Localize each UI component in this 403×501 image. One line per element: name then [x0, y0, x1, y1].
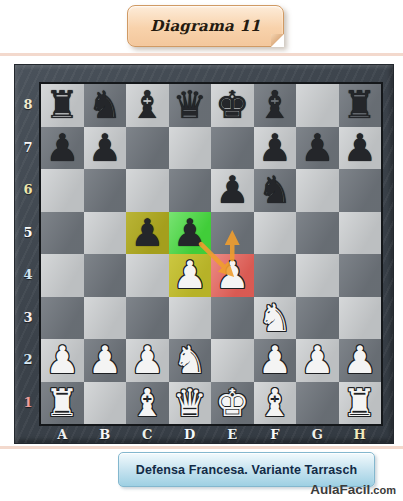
square-b4: [84, 254, 127, 297]
square-e4: ♟: [211, 254, 254, 297]
square-g7: ♟: [296, 127, 339, 170]
brand-suffix: .com: [370, 484, 396, 496]
piece-white-pawn-f2: ♟: [258, 341, 292, 379]
square-a7: ♟: [41, 127, 84, 170]
piece-black-bishop-c8: ♝: [130, 86, 164, 124]
square-a4: [41, 254, 84, 297]
file-label-e: E: [211, 425, 254, 445]
board-grid-wrap: ♜♞♝♛♚♝♜♟♟♟♟♟♟♞♟♟♟♟♞♟♟♟♞♟♟♟♜♝♛♚♝♜: [41, 84, 381, 424]
piece-black-bishop-f8: ♝: [258, 86, 292, 124]
piece-black-pawn-g7: ♟: [300, 129, 334, 167]
piece-white-bishop-f1: ♝: [258, 384, 292, 422]
square-g3: [296, 297, 339, 340]
square-f3: ♞: [254, 297, 297, 340]
square-g5: [296, 212, 339, 255]
square-f8: ♝: [254, 84, 297, 127]
piece-black-pawn-c5: ♟: [130, 214, 164, 252]
square-d3: [169, 297, 212, 340]
rank-label-4: 4: [15, 254, 41, 297]
square-h2: ♟: [339, 339, 382, 382]
piece-white-bishop-c1: ♝: [130, 384, 164, 422]
rank-label-2: 2: [15, 339, 41, 382]
piece-white-rook-a1: ♜: [45, 384, 79, 422]
piece-white-rook-h1: ♜: [343, 384, 377, 422]
square-c1: ♝: [126, 382, 169, 425]
square-f7: ♟: [254, 127, 297, 170]
board-grid: ♜♞♝♛♚♝♜♟♟♟♟♟♟♞♟♟♟♟♞♟♟♟♞♟♟♟♜♝♛♚♝♜: [41, 84, 381, 424]
file-label-d: D: [169, 425, 212, 445]
file-label-f: F: [254, 425, 297, 445]
banner-fold-corner-icon: [271, 34, 284, 47]
square-e6: ♟: [211, 169, 254, 212]
square-e5: [211, 212, 254, 255]
square-a1: ♜: [41, 382, 84, 425]
square-g4: [296, 254, 339, 297]
rank-label-6: 6: [15, 169, 41, 212]
square-b6: [84, 169, 127, 212]
piece-white-pawn-c2: ♟: [130, 341, 164, 379]
brand-name: AulaFacil: [310, 482, 370, 497]
square-d5: ♟: [169, 212, 212, 255]
piece-white-pawn-h2: ♟: [343, 341, 377, 379]
piece-white-pawn-g2: ♟: [300, 341, 334, 379]
square-d4: ♟: [169, 254, 212, 297]
file-label-c: C: [126, 425, 169, 445]
piece-black-pawn-h7: ♟: [343, 129, 377, 167]
file-label-h: H: [339, 425, 382, 445]
rank-label-5: 5: [15, 212, 41, 255]
square-h4: [339, 254, 382, 297]
square-h8: ♜: [339, 84, 382, 127]
square-e8: ♚: [211, 84, 254, 127]
square-f1: ♝: [254, 382, 297, 425]
square-e1: ♚: [211, 382, 254, 425]
page: Diagrama 11 87654321 ♜♞♝♛♚♝♜♟♟♟♟♟♟♞♟♟♟♟♞…: [0, 0, 403, 501]
piece-black-knight-b8: ♞: [88, 86, 122, 124]
square-b7: ♟: [84, 127, 127, 170]
piece-black-pawn-b7: ♟: [88, 129, 122, 167]
square-b3: [84, 297, 127, 340]
piece-black-king-e8: ♚: [215, 86, 249, 124]
square-c8: ♝: [126, 84, 169, 127]
piece-black-pawn-d5: ♟: [173, 214, 207, 252]
square-h6: [339, 169, 382, 212]
square-g8: [296, 84, 339, 127]
square-g6: [296, 169, 339, 212]
piece-white-knight-f3: ♞: [258, 299, 292, 337]
square-c5: ♟: [126, 212, 169, 255]
rank-label-8: 8: [15, 84, 41, 127]
rank-label-1: 1: [15, 382, 41, 425]
square-e3: [211, 297, 254, 340]
piece-black-rook-h8: ♜: [343, 86, 377, 124]
square-h5: [339, 212, 382, 255]
file-label-g: G: [296, 425, 339, 445]
square-g1: [296, 382, 339, 425]
square-f5: [254, 212, 297, 255]
piece-white-knight-d2: ♞: [173, 341, 207, 379]
piece-black-pawn-a7: ♟: [45, 129, 79, 167]
rank-labels: 87654321: [15, 84, 41, 424]
piece-white-pawn-a2: ♟: [45, 341, 79, 379]
square-a6: [41, 169, 84, 212]
square-b5: [84, 212, 127, 255]
piece-black-queen-d8: ♛: [173, 86, 207, 124]
square-b8: ♞: [84, 84, 127, 127]
title-banner-label: Diagrama 11: [150, 17, 260, 35]
bottom-divider: [0, 446, 403, 449]
title-banner: Diagrama 11: [127, 5, 284, 47]
piece-white-queen-d1: ♛: [173, 384, 207, 422]
square-f6: ♞: [254, 169, 297, 212]
caption-label: Defensa Francesa. Variante Tarrasch: [136, 463, 357, 477]
square-b2: ♟: [84, 339, 127, 382]
top-divider: [0, 53, 403, 56]
piece-black-pawn-f7: ♟: [258, 129, 292, 167]
square-d8: ♛: [169, 84, 212, 127]
square-b1: [84, 382, 127, 425]
square-c7: [126, 127, 169, 170]
square-h7: ♟: [339, 127, 382, 170]
piece-black-pawn-e6: ♟: [215, 171, 249, 209]
piece-white-pawn-e4: ♟: [215, 256, 249, 294]
square-c3: [126, 297, 169, 340]
piece-white-pawn-b2: ♟: [88, 341, 122, 379]
square-d1: ♛: [169, 382, 212, 425]
file-label-b: B: [84, 425, 127, 445]
square-f4: [254, 254, 297, 297]
square-d7: [169, 127, 212, 170]
square-d2: ♞: [169, 339, 212, 382]
site-branding: AulaFacil.com: [310, 480, 396, 498]
piece-white-king-e1: ♚: [215, 384, 249, 422]
piece-white-pawn-d4: ♟: [173, 256, 207, 294]
square-e2: [211, 339, 254, 382]
square-a3: [41, 297, 84, 340]
square-c2: ♟: [126, 339, 169, 382]
file-label-a: A: [41, 425, 84, 445]
rank-label-7: 7: [15, 127, 41, 170]
file-labels: ABCDEFGH: [41, 425, 381, 445]
square-h3: [339, 297, 382, 340]
square-c6: [126, 169, 169, 212]
piece-black-rook-a8: ♜: [45, 86, 79, 124]
square-h1: ♜: [339, 382, 382, 425]
square-a8: ♜: [41, 84, 84, 127]
rank-label-3: 3: [15, 297, 41, 340]
chess-board: 87654321 ♜♞♝♛♚♝♜♟♟♟♟♟♟♞♟♟♟♟♞♟♟♟♞♟♟♟♜♝♛♚♝…: [14, 64, 394, 444]
square-g2: ♟: [296, 339, 339, 382]
square-d6: [169, 169, 212, 212]
square-f2: ♟: [254, 339, 297, 382]
square-e7: [211, 127, 254, 170]
square-a5: [41, 212, 84, 255]
piece-black-knight-f6: ♞: [258, 171, 292, 209]
square-c4: [126, 254, 169, 297]
square-a2: ♟: [41, 339, 84, 382]
